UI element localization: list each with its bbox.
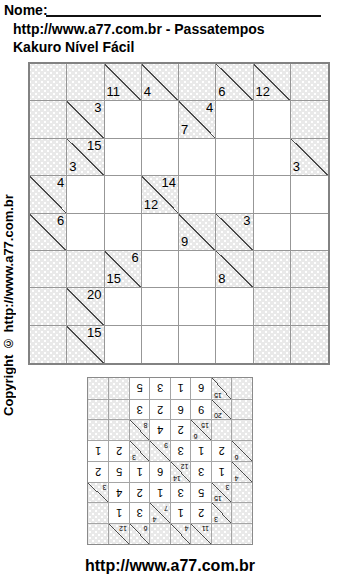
solution-digit: 5 [198, 487, 204, 499]
solution-digit: 3 [198, 466, 204, 478]
down-clue: 4 [185, 524, 189, 532]
down-clue: 15 [107, 272, 121, 287]
down-clue: 3 [293, 160, 300, 175]
solution-digit: 2 [137, 487, 143, 499]
solution-clue-cell-r4c5: 3 [129, 440, 150, 461]
solution-clue-cell-r3c0: 4 [232, 461, 253, 482]
solution-entry-cell-r6c2: 9 [191, 399, 212, 420]
down-clue: 3 [226, 483, 230, 491]
across-clue: 15 [214, 494, 222, 502]
solution-digit: 4 [116, 487, 122, 499]
across-clue: 3 [243, 214, 250, 229]
solution-clue-cell-r0c6: 12 [109, 523, 130, 544]
puzzle-grid: 11461234715334141269361582015 [28, 62, 330, 365]
solution-digit: 3 [157, 382, 163, 394]
entry-cell-r6c3[interactable] [142, 288, 179, 325]
down-clue: 8 [144, 421, 148, 429]
down-clue: 11 [202, 524, 209, 532]
solution-entry-cell-r6c3: 6 [170, 399, 191, 420]
across-clue: 6 [132, 251, 139, 266]
solution-entry-cell-r7c5: 5 [129, 378, 150, 399]
copyright-vertical-text: Copyright © http://www.a77.com.br [1, 163, 18, 416]
entry-cell-r5c3[interactable] [142, 251, 179, 288]
solution-clue-cell-r2c7: 3 [88, 482, 109, 503]
solution-block-cell-r6c0 [232, 399, 253, 420]
solution-entry-cell-r7c3: 1 [170, 378, 191, 399]
solution-grid: 1146123214731153531243413141261526213932… [87, 377, 253, 545]
across-clue: 3 [132, 453, 136, 461]
solution-entry-cell-r7c2: 6 [191, 378, 212, 399]
clue-cell-r3c0: 4 [30, 176, 67, 213]
name-label: Nome: [4, 2, 48, 18]
solution-clue-cell-r4c4: 9 [150, 440, 171, 461]
solution-clue-cell-r1c4: 47 [150, 503, 171, 524]
across-clue: 4 [57, 176, 64, 191]
solution-digit: 1 [137, 466, 143, 478]
entry-cell-r1c2[interactable] [105, 101, 142, 138]
solution-digit: 3 [178, 487, 184, 499]
block-cell-r0c0 [30, 64, 67, 101]
solution-digit: 1 [178, 507, 184, 519]
block-cell-r7c7 [291, 326, 328, 363]
clue-cell-r1c1: 3 [67, 101, 104, 138]
entry-cell-r2c4[interactable] [179, 139, 216, 176]
entry-cell-r2c5[interactable] [216, 139, 253, 176]
solution-entry-cell-r3c6: 5 [109, 461, 130, 482]
solution-clue-cell-r0c2: 11 [191, 523, 212, 544]
solution-clue-cell-r5c5: 8 [129, 420, 150, 441]
solution-digit: 6 [198, 382, 204, 394]
block-cell-r1c0 [30, 101, 67, 138]
down-clue: 8 [218, 272, 225, 287]
block-cell-r7c6 [254, 326, 291, 363]
down-clue: 11 [107, 85, 121, 100]
solution-clue-cell-r5c2: 615 [191, 420, 212, 441]
solution-clue-cell-r2c1: 153 [211, 482, 232, 503]
across-clue: 6 [57, 214, 64, 229]
entry-cell-r1c3[interactable] [142, 101, 179, 138]
across-clue: 15 [87, 326, 101, 341]
solution-block-cell-r2c0 [232, 482, 253, 503]
solution-digit: 9 [198, 404, 204, 416]
down-clue: 12 [119, 524, 127, 532]
across-clue: 15 [87, 139, 101, 154]
entry-cell-r7c2[interactable] [105, 326, 142, 363]
solution-clue-cell-r3c3: 1412 [170, 461, 191, 482]
clue-cell-r5c5: 8 [216, 251, 253, 288]
solution-digit: 3 [137, 404, 143, 416]
entry-cell-r3c6[interactable] [254, 176, 291, 213]
down-clue: 7 [181, 123, 188, 138]
block-cell-r0c4 [179, 64, 216, 101]
entry-cell-r3c4[interactable] [179, 176, 216, 213]
solution-entry-cell-r4c1: 2 [211, 440, 232, 461]
solution-block-cell-r0c7 [88, 523, 109, 544]
solution-entry-cell-r3c7: 2 [88, 461, 109, 482]
entry-cell-r6c2[interactable] [105, 288, 142, 325]
clue-cell-r2c1: 153 [67, 139, 104, 176]
clue-cell-r7c1: 15 [67, 326, 104, 363]
down-clue: 6 [144, 524, 148, 532]
solution-entry-cell-r3c1: 1 [211, 461, 232, 482]
block-cell-r5c0 [30, 251, 67, 288]
clue-cell-r1c4: 47 [179, 101, 216, 138]
clue-cell-r4c4: 9 [179, 214, 216, 251]
across-clue: 6 [235, 453, 239, 461]
solution-entry-cell-r2c4: 1 [150, 482, 171, 503]
entry-cell-r4c3[interactable] [142, 214, 179, 251]
entry-cell-r4c1[interactable] [67, 214, 104, 251]
solution-clue-cell-r0c5: 6 [129, 523, 150, 544]
entry-cell-r2c2[interactable] [105, 139, 142, 176]
solution-entry-cell-r2c6: 4 [109, 482, 130, 503]
clue-cell-r2c7: 3 [291, 139, 328, 176]
entry-cell-r3c2[interactable] [105, 176, 142, 213]
block-cell-r0c7 [291, 64, 328, 101]
entry-cell-r1c5[interactable] [216, 101, 253, 138]
solution-digit: 1 [116, 507, 122, 519]
solution-entry-cell-r1c2: 2 [191, 503, 212, 524]
solution-block-cell-r7c6 [109, 378, 130, 399]
solution-digit: 5 [116, 466, 122, 478]
site-header: http://www.a77.com.br - Passatempos [13, 21, 265, 37]
down-clue: 15 [201, 421, 209, 429]
solution-block-cell-r7c0 [232, 378, 253, 399]
across-clue: 3 [214, 515, 218, 523]
solution-digit: 3 [137, 507, 143, 519]
solution-digit: 1 [219, 466, 225, 478]
across-clue: 6 [194, 432, 198, 440]
across-clue: 20 [87, 288, 101, 303]
solution-clue-cell-r0c3: 4 [170, 523, 191, 544]
across-clue: 14 [173, 474, 181, 482]
down-clue: 9 [181, 235, 188, 250]
solution-block-cell-r1c7 [88, 503, 109, 524]
block-cell-r5c1 [67, 251, 104, 288]
solution-digit: 1 [198, 445, 204, 457]
block-cell-r6c7 [291, 288, 328, 325]
entry-cell-r4c7[interactable] [291, 214, 328, 251]
solution-digit: 6 [157, 466, 163, 478]
solution-digit: 5 [137, 382, 143, 394]
entry-cell-r3c1[interactable] [67, 176, 104, 213]
block-cell-r5c6 [254, 251, 291, 288]
solution-entry-cell-r3c5: 1 [129, 461, 150, 482]
solution-entry-cell-r5c4: 4 [150, 420, 171, 441]
solution-entry-cell-r7c4: 3 [150, 378, 171, 399]
entry-cell-r5c4[interactable] [179, 251, 216, 288]
block-cell-r6c6 [254, 288, 291, 325]
entry-cell-r2c3[interactable] [142, 139, 179, 176]
solution-entry-cell-r1c5: 3 [129, 503, 150, 524]
down-clue: 6 [218, 85, 225, 100]
across-clue: 15 [214, 391, 222, 399]
entry-cell-r1c6[interactable] [254, 101, 291, 138]
solution-entry-cell-r3c2: 3 [191, 461, 212, 482]
block-cell-r0c1 [67, 64, 104, 101]
across-clue: 14 [162, 176, 176, 191]
entry-cell-r6c5[interactable] [216, 288, 253, 325]
solution-entry-cell-r1c3: 1 [170, 503, 191, 524]
clue-cell-r0c6: 12 [254, 64, 291, 101]
entry-cell-r7c4[interactable] [179, 326, 216, 363]
down-clue: 12 [181, 462, 189, 470]
solution-entry-cell-r6c4: 2 [150, 399, 171, 420]
solution-digit: 4 [157, 424, 163, 436]
down-clue: 3 [69, 160, 76, 175]
solution-digit: 2 [219, 445, 225, 457]
solution-entry-cell-r1c6: 1 [109, 503, 130, 524]
solution-entry-cell-r6c5: 3 [129, 399, 150, 420]
solution-entry-cell-r5c3: 2 [170, 420, 191, 441]
down-clue: 12 [256, 85, 270, 100]
solution-block-cell-r6c7 [88, 399, 109, 420]
solution-block-cell-r5c7 [88, 420, 109, 441]
across-clue: 4 [153, 515, 157, 523]
down-clue: 12 [144, 198, 158, 213]
block-cell-r6c0 [30, 288, 67, 325]
across-clue: 4 [235, 474, 239, 482]
solution-entry-cell-r2c2: 5 [191, 482, 212, 503]
clue-cell-r0c2: 11 [105, 64, 142, 101]
across-clue: 4 [206, 101, 213, 116]
block-cell-r2c0 [30, 139, 67, 176]
solution-block-cell-r0c1 [211, 523, 232, 544]
solution-entry-cell-r4c7: 1 [88, 440, 109, 461]
solution-digit: 1 [95, 445, 101, 457]
entry-cell-r3c5[interactable] [216, 176, 253, 213]
clue-cell-r0c3: 4 [142, 64, 179, 101]
solution-entry-cell-r2c3: 3 [170, 482, 191, 503]
entry-cell-r2c6[interactable] [254, 139, 291, 176]
solution-digit: 2 [157, 404, 163, 416]
clue-cell-r5c2: 615 [105, 251, 142, 288]
across-clue: 20 [214, 411, 222, 419]
solution-digit: 1 [157, 487, 163, 499]
solution-digit: 3 [178, 445, 184, 457]
puzzle-title: Kakuro Nível Fácil [13, 39, 134, 55]
solution-digit: 6 [178, 404, 184, 416]
down-clue: 4 [144, 85, 151, 100]
page: Nome: http://www.a77.com.br - Passatempo… [0, 0, 340, 584]
solution-digit: 1 [178, 382, 184, 394]
entry-cell-r6c4[interactable] [179, 288, 216, 325]
solution-entry-cell-r4c6: 2 [109, 440, 130, 461]
entry-cell-r4c6[interactable] [254, 214, 291, 251]
across-clue: 3 [94, 101, 101, 116]
entry-cell-r7c3[interactable] [142, 326, 179, 363]
solution-clue-cell-r7c1: 15 [211, 378, 232, 399]
solution-block-cell-r1c0 [232, 503, 253, 524]
block-cell-r5c7 [291, 251, 328, 288]
solution-block-cell-r7c7 [88, 378, 109, 399]
clue-cell-r0c5: 6 [216, 64, 253, 101]
solution-block-cell-r6c6 [109, 399, 130, 420]
solution-block-cell-r5c6 [109, 420, 130, 441]
solution-clue-cell-r4c0: 6 [232, 440, 253, 461]
solution-block-cell-r5c1 [211, 420, 232, 441]
entry-cell-r3c7[interactable] [291, 176, 328, 213]
solution-entry-cell-r4c3: 3 [170, 440, 191, 461]
solution-digit: 2 [95, 466, 101, 478]
solution-clue-cell-r1c1: 3 [211, 503, 232, 524]
solution-digit: 2 [178, 424, 184, 436]
entry-cell-r4c2[interactable] [105, 214, 142, 251]
solution-clue-cell-r6c1: 20 [211, 399, 232, 420]
solution-digit: 2 [116, 445, 122, 457]
block-cell-r1c7 [291, 101, 328, 138]
clue-cell-r4c5: 3 [216, 214, 253, 251]
solution-block-cell-r5c0 [232, 420, 253, 441]
solution-block-cell-r0c0 [232, 523, 253, 544]
solution-entry-cell-r3c4: 6 [150, 461, 171, 482]
entry-cell-r7c5[interactable] [216, 326, 253, 363]
clue-cell-r6c1: 20 [67, 288, 104, 325]
footer-url: http://www.a77.com.br [0, 557, 340, 575]
solution-entry-cell-r4c2: 1 [191, 440, 212, 461]
down-clue: 9 [164, 441, 168, 449]
down-clue: 7 [164, 504, 168, 512]
solution-entry-cell-r2c5: 2 [129, 482, 150, 503]
solution-digit: 2 [198, 507, 204, 519]
down-clue: 3 [103, 483, 107, 491]
solution-block-cell-r0c4 [150, 523, 171, 544]
clue-cell-r3c3: 1412 [142, 176, 179, 213]
block-cell-r7c0 [30, 326, 67, 363]
clue-cell-r4c0: 6 [30, 214, 67, 251]
name-underline [46, 15, 321, 17]
